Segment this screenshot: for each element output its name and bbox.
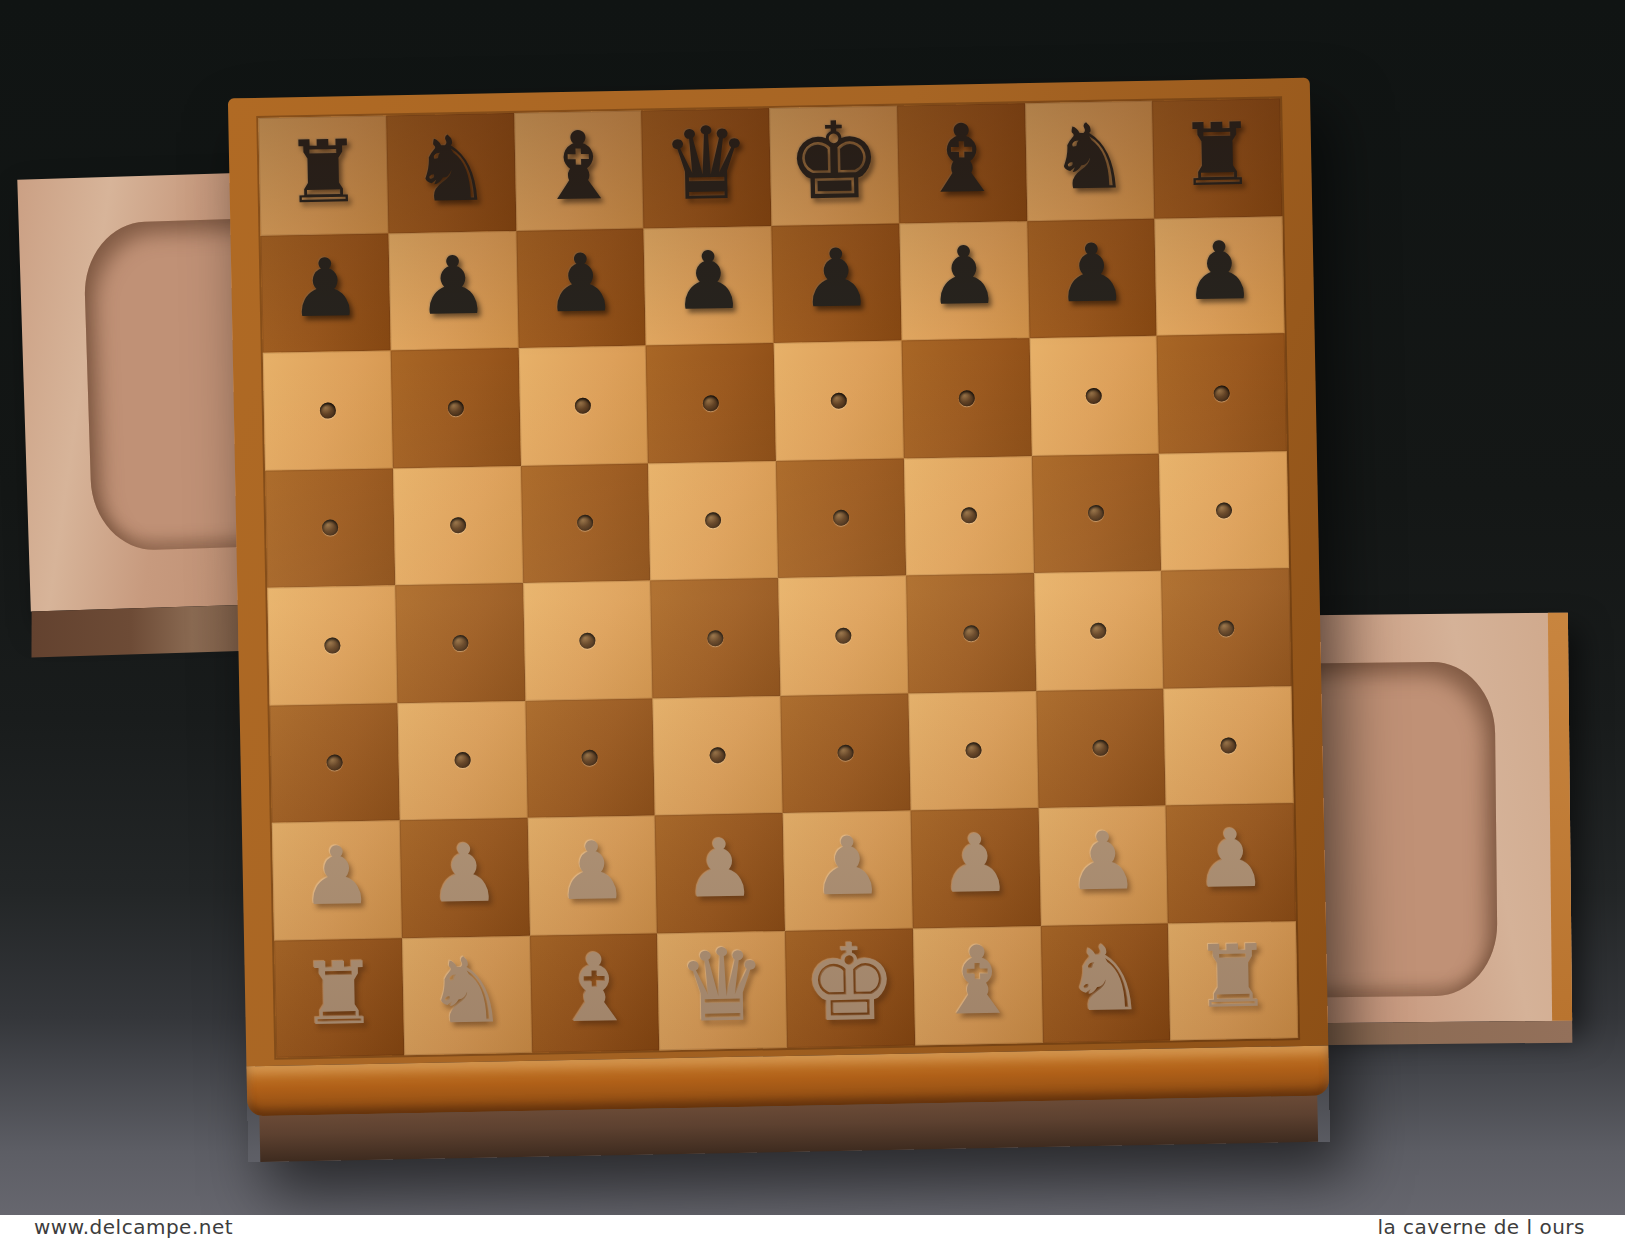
piece-white-pawn[interactable]: ♟ xyxy=(811,826,884,907)
peg-hole xyxy=(320,402,336,418)
square-d8[interactable]: ♛ xyxy=(641,108,771,228)
right-drawer-front-face xyxy=(1312,1021,1572,1046)
square-b4[interactable] xyxy=(395,583,525,703)
square-b3[interactable] xyxy=(397,700,527,820)
peg-hole xyxy=(322,520,338,536)
square-a6[interactable] xyxy=(263,350,393,470)
square-g5[interactable] xyxy=(1031,453,1161,573)
peg-hole xyxy=(447,400,463,416)
peg-hole xyxy=(707,630,723,646)
square-c2[interactable]: ♟ xyxy=(527,815,657,935)
square-a3[interactable] xyxy=(270,703,400,823)
peg-hole xyxy=(1088,505,1104,521)
square-f4[interactable] xyxy=(906,573,1036,693)
square-c8[interactable]: ♝ xyxy=(514,111,644,231)
board-frame: ♜♞♝♛♚♝♞♜♟♟♟♟♟♟♟♟♟♟♟♟♟♟♟♟♜♞♝♛♚♝♞♜ xyxy=(228,78,1328,1067)
left-storage-drawer[interactable] xyxy=(17,172,266,611)
right-drawer-body xyxy=(1308,613,1572,1024)
left-drawer-body xyxy=(17,172,266,611)
square-b7[interactable]: ♟ xyxy=(388,230,518,350)
square-c3[interactable] xyxy=(525,698,655,818)
square-b5[interactable] xyxy=(393,465,523,585)
square-e4[interactable] xyxy=(778,576,908,696)
watermark-left: www.delcampe.net xyxy=(34,1215,233,1239)
piece-black-bishop[interactable]: ♝ xyxy=(536,119,622,215)
peg-hole xyxy=(831,392,847,408)
peg-hole xyxy=(582,750,598,766)
peg-hole xyxy=(710,747,726,763)
peg-hole xyxy=(324,637,340,653)
piece-black-bishop[interactable]: ♝ xyxy=(919,111,1005,207)
peg-hole xyxy=(705,512,721,528)
piece-black-knight[interactable]: ♞ xyxy=(410,123,492,215)
square-g2[interactable]: ♟ xyxy=(1038,806,1168,926)
piece-white-pawn[interactable]: ♟ xyxy=(1194,818,1267,899)
piece-black-rook[interactable]: ♜ xyxy=(284,128,363,215)
peg-hole xyxy=(835,627,851,643)
square-e8[interactable]: ♚ xyxy=(769,106,899,226)
piece-black-pawn[interactable]: ♟ xyxy=(927,236,1000,317)
piece-black-knight[interactable]: ♞ xyxy=(1048,111,1130,203)
peg-hole xyxy=(580,632,596,648)
square-b8[interactable]: ♞ xyxy=(386,113,516,233)
square-e6[interactable] xyxy=(774,341,904,461)
peg-hole xyxy=(965,742,981,758)
square-b6[interactable] xyxy=(391,348,521,468)
square-h8[interactable]: ♜ xyxy=(1152,98,1282,218)
piece-white-pawn[interactable]: ♟ xyxy=(300,836,373,917)
chess-board: ♜♞♝♛♚♝♞♜♟♟♟♟♟♟♟♟♟♟♟♟♟♟♟♟♜♞♝♛♚♝♞♜ xyxy=(258,98,1298,1057)
square-f8[interactable]: ♝ xyxy=(897,103,1027,223)
square-e5[interactable] xyxy=(776,458,906,578)
peg-hole xyxy=(452,635,468,651)
square-d6[interactable] xyxy=(646,343,776,463)
piece-white-king[interactable]: ♚ xyxy=(801,930,898,1038)
square-f6[interactable] xyxy=(901,338,1031,458)
square-a7[interactable]: ♟ xyxy=(261,233,391,353)
left-drawer-front-face xyxy=(31,604,267,657)
peg-hole xyxy=(450,517,466,533)
square-h3[interactable] xyxy=(1164,686,1294,806)
square-d4[interactable] xyxy=(650,578,780,698)
right-drawer-end-face xyxy=(1548,613,1572,1021)
square-e2[interactable]: ♟ xyxy=(783,811,913,931)
piece-white-bishop[interactable]: ♝ xyxy=(551,941,637,1037)
watermark-bar: www.delcampe.net la caverne de l ours xyxy=(0,1215,1625,1239)
watermark-right: la caverne de l ours xyxy=(1377,1215,1585,1239)
peg-hole xyxy=(1086,388,1102,404)
square-h2[interactable]: ♟ xyxy=(1166,803,1296,923)
peg-hole xyxy=(1216,503,1232,519)
square-a8[interactable]: ♜ xyxy=(258,115,388,235)
square-b1[interactable]: ♞ xyxy=(402,935,532,1055)
square-d1[interactable]: ♛ xyxy=(657,930,787,1050)
square-h5[interactable] xyxy=(1159,451,1289,571)
piece-black-queen[interactable]: ♛ xyxy=(661,113,753,215)
piece-white-knight[interactable]: ♞ xyxy=(1064,933,1146,1025)
piece-black-pawn[interactable]: ♟ xyxy=(417,246,490,327)
peg-hole xyxy=(577,515,593,531)
piece-black-pawn[interactable]: ♟ xyxy=(672,241,745,322)
square-a5[interactable] xyxy=(265,468,395,588)
square-c1[interactable]: ♝ xyxy=(530,933,660,1053)
peg-hole xyxy=(958,390,974,406)
piece-white-rook[interactable]: ♜ xyxy=(300,950,379,1037)
piece-black-pawn[interactable]: ♟ xyxy=(1183,231,1256,312)
piece-white-pawn[interactable]: ♟ xyxy=(556,831,629,912)
peg-hole xyxy=(1218,620,1234,636)
peg-hole xyxy=(703,395,719,411)
piece-white-queen[interactable]: ♛ xyxy=(676,936,768,1038)
piece-white-pawn[interactable]: ♟ xyxy=(428,833,501,914)
square-a4[interactable] xyxy=(267,585,397,705)
square-g8[interactable]: ♞ xyxy=(1025,101,1155,221)
square-c5[interactable] xyxy=(520,463,650,583)
square-h7[interactable]: ♟ xyxy=(1155,216,1285,336)
square-e7[interactable]: ♟ xyxy=(771,223,901,343)
square-h6[interactable] xyxy=(1157,333,1287,453)
square-d7[interactable]: ♟ xyxy=(644,226,774,346)
square-c4[interactable] xyxy=(523,580,653,700)
peg-hole xyxy=(326,755,342,771)
piece-white-rook[interactable]: ♜ xyxy=(1194,933,1273,1020)
chess-board-box: ♜♞♝♛♚♝♞♜♟♟♟♟♟♟♟♟♟♟♟♟♟♟♟♟♜♞♝♛♚♝♞♜ xyxy=(228,78,1330,1163)
square-f1[interactable]: ♝ xyxy=(913,926,1043,1046)
square-g4[interactable] xyxy=(1034,571,1164,691)
square-c7[interactable]: ♟ xyxy=(516,228,646,348)
peg-hole xyxy=(1214,385,1230,401)
piece-white-bishop[interactable]: ♝ xyxy=(935,934,1021,1030)
peg-hole xyxy=(1090,622,1106,638)
square-g6[interactable] xyxy=(1029,336,1159,456)
piece-white-pawn[interactable]: ♟ xyxy=(1066,821,1139,902)
piece-black-pawn[interactable]: ♟ xyxy=(289,248,362,329)
piece-black-pawn[interactable]: ♟ xyxy=(1055,234,1128,315)
peg-hole xyxy=(1093,740,1109,756)
square-f5[interactable] xyxy=(904,456,1034,576)
square-d5[interactable] xyxy=(648,461,778,581)
square-e1[interactable]: ♚ xyxy=(785,928,915,1048)
square-f2[interactable]: ♟ xyxy=(910,808,1040,928)
peg-hole xyxy=(575,397,591,413)
square-c6[interactable] xyxy=(518,346,648,466)
square-d2[interactable]: ♟ xyxy=(655,813,785,933)
square-g1[interactable]: ♞ xyxy=(1040,923,1170,1043)
square-g7[interactable]: ♟ xyxy=(1027,218,1157,338)
peg-hole xyxy=(454,752,470,768)
peg-hole xyxy=(963,625,979,641)
piece-white-knight[interactable]: ♞ xyxy=(425,946,507,1038)
piece-black-king[interactable]: ♚ xyxy=(786,108,883,216)
piece-white-pawn[interactable]: ♟ xyxy=(683,828,756,909)
square-d3[interactable] xyxy=(653,695,783,815)
square-f7[interactable]: ♟ xyxy=(899,221,1029,341)
peg-hole xyxy=(837,745,853,761)
square-h4[interactable] xyxy=(1161,568,1291,688)
piece-black-pawn[interactable]: ♟ xyxy=(800,238,873,319)
right-drawer-recess xyxy=(1304,661,1497,997)
square-b2[interactable]: ♟ xyxy=(400,818,530,938)
square-f3[interactable] xyxy=(908,691,1038,811)
piece-black-rook[interactable]: ♜ xyxy=(1178,111,1257,198)
piece-white-pawn[interactable]: ♟ xyxy=(939,823,1012,904)
peg-hole xyxy=(1220,737,1236,753)
peg-hole xyxy=(833,510,849,526)
square-e3[interactable] xyxy=(780,693,910,813)
piece-black-pawn[interactable]: ♟ xyxy=(544,243,617,324)
square-a1[interactable]: ♜ xyxy=(274,938,404,1058)
square-h1[interactable]: ♜ xyxy=(1168,921,1298,1041)
square-g3[interactable] xyxy=(1036,688,1166,808)
right-storage-drawer[interactable] xyxy=(1308,613,1572,1024)
photo-scene: ♜♞♝♛♚♝♞♜♟♟♟♟♟♟♟♟♟♟♟♟♟♟♟♟♜♞♝♛♚♝♞♜ www.del… xyxy=(0,0,1625,1239)
peg-hole xyxy=(961,507,977,523)
square-a2[interactable]: ♟ xyxy=(272,820,402,940)
